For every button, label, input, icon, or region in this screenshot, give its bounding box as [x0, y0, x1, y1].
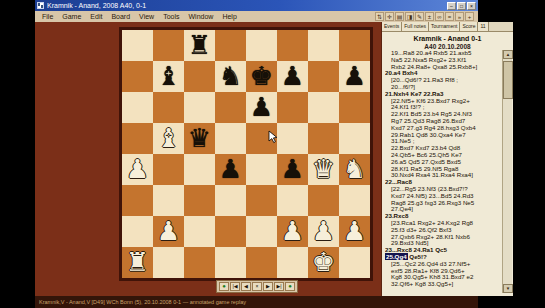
square-g7[interactable] [308, 61, 339, 92]
square-b4[interactable] [153, 154, 184, 185]
square-c1[interactable] [184, 247, 215, 278]
menu-item-game[interactable]: Game [58, 11, 85, 22]
square-h4[interactable]: ♞ [339, 154, 370, 185]
step-back-button[interactable]: ◀ [241, 282, 251, 291]
square-e7[interactable]: ♚ [246, 61, 277, 92]
piece-black-pawn[interactable]: ♟ [215, 154, 246, 185]
square-a5[interactable] [122, 123, 153, 154]
square-h1[interactable] [339, 247, 370, 278]
square-g2[interactable]: ♟ [308, 216, 339, 247]
menu-item-view[interactable]: View [135, 11, 158, 22]
square-c7[interactable] [184, 61, 215, 92]
step-forward-button[interactable]: ▶ [263, 282, 273, 291]
piece-white-pawn[interactable]: ♟ [277, 216, 308, 247]
toolbar-icon[interactable]: ∞ [435, 12, 444, 21]
tab-tournament[interactable]: Tournament [429, 22, 460, 31]
piece-black-pawn[interactable]: ♟ [246, 92, 277, 123]
chess-board-frame: ♜♝♞♚♟♟♟♝♛♟♟♟♛♞♟♟♟♟♜♚ [119, 27, 373, 281]
close-button[interactable]: × [467, 2, 476, 10]
square-a7[interactable] [122, 61, 153, 92]
status-bar: Kramnik,V - Anand,V [D49] WCh Bonn (5), … [35, 296, 478, 308]
annotation-toolbar: ⇅✛▤◨✎±∞=»+ [375, 12, 478, 21]
move-text[interactable]: 32.Qf6+ Kg8 33.Qg5+] [391, 280, 453, 287]
menu-item-tools[interactable]: Tools [159, 11, 183, 22]
mouse-cursor [268, 130, 278, 144]
square-h2[interactable]: ♟ [339, 216, 370, 247]
title-bar: Kramnik - Anand, 2008 A40, 0-1 –□× [35, 0, 478, 11]
square-f1[interactable] [277, 247, 308, 278]
square-c4[interactable] [184, 154, 215, 185]
game-header-info: A40 20.10.2008 [382, 43, 513, 50]
square-f6[interactable] [277, 92, 308, 123]
square-a8[interactable] [122, 30, 153, 61]
scroll-thumb[interactable] [503, 61, 513, 99]
tab-11[interactable]: 11 [478, 22, 488, 31]
square-f3[interactable] [277, 185, 308, 216]
game-header-players: Kramnik - Anand 0-1 [382, 35, 513, 42]
toolbar-icon[interactable]: + [465, 12, 474, 21]
square-h5[interactable] [339, 123, 370, 154]
square-b3[interactable] [153, 185, 184, 216]
toolbar-icon[interactable]: ✛ [385, 12, 394, 21]
menu-item-help[interactable]: Help [218, 11, 240, 22]
square-e2[interactable] [246, 216, 277, 247]
tab-events[interactable]: Events [382, 22, 402, 31]
square-c5[interactable]: ♛ [184, 123, 215, 154]
piece-white-pawn[interactable]: ♟ [122, 154, 153, 185]
piece-black-pawn[interactable]: ♟ [277, 61, 308, 92]
piece-white-king[interactable]: ♚ [308, 247, 339, 278]
square-h8[interactable] [339, 30, 370, 61]
toolbar-icon[interactable]: ▤ [395, 12, 404, 21]
square-d6[interactable] [215, 92, 246, 123]
square-e4[interactable] [246, 154, 277, 185]
video-frame: Kramnik - Anand, 2008 A40, 0-1 –□× FileG… [0, 0, 545, 308]
menu-items: FileGameEditBoardViewToolsWindowHelp [35, 11, 241, 22]
piece-black-pawn[interactable]: ♟ [277, 154, 308, 185]
square-b1[interactable] [153, 247, 184, 278]
square-b2[interactable]: ♟ [153, 216, 184, 247]
square-a3[interactable] [122, 185, 153, 216]
square-e8[interactable] [246, 30, 277, 61]
notation-scrollbar[interactable]: ▲ ▼ [502, 50, 512, 293]
square-b7[interactable]: ♝ [153, 61, 184, 92]
square-f2[interactable]: ♟ [277, 216, 308, 247]
square-f7[interactable]: ♟ [277, 61, 308, 92]
panel-tabs: EventsFull notesTournamentScore11 [382, 22, 513, 32]
notation-panel: EventsFull notesTournamentScore11 Kramni… [381, 22, 513, 296]
engine-left-button[interactable]: ● [219, 282, 229, 291]
stop-button[interactable]: × [252, 282, 262, 291]
menu-item-window[interactable]: Window [184, 11, 217, 22]
replay-toolbar: ●|◀◀×▶▶|● [216, 280, 298, 293]
menu-bar: FileGameEditBoardViewToolsWindowHelp ⇅✛▤… [35, 11, 478, 22]
minimize-button[interactable]: – [447, 2, 456, 10]
piece-black-pawn[interactable]: ♟ [339, 61, 370, 92]
square-g8[interactable] [308, 30, 339, 61]
menu-item-board[interactable]: Board [107, 11, 134, 22]
app-icon [37, 2, 44, 9]
square-g5[interactable] [308, 123, 339, 154]
piece-white-pawn[interactable]: ♟ [153, 216, 184, 247]
toolbar-icon[interactable]: = [445, 12, 454, 21]
square-d5[interactable] [215, 123, 246, 154]
menu-item-file[interactable]: File [38, 11, 57, 22]
square-a2[interactable] [122, 216, 153, 247]
scroll-down-arrow[interactable]: ▼ [503, 284, 513, 293]
square-d8[interactable] [215, 30, 246, 61]
toolbar-icon[interactable]: ⇅ [375, 12, 384, 21]
square-h3[interactable] [339, 185, 370, 216]
piece-black-queen[interactable]: ♛ [184, 123, 215, 154]
square-a4[interactable]: ♟ [122, 154, 153, 185]
piece-black-king[interactable]: ♚ [246, 61, 277, 92]
square-e1[interactable] [246, 247, 277, 278]
window-title: Kramnik - Anand, 2008 A40, 0-1 [47, 0, 447, 11]
toolbar-icon[interactable]: ✎ [415, 12, 424, 21]
piece-white-knight[interactable]: ♞ [339, 154, 370, 185]
square-h6[interactable] [339, 92, 370, 123]
piece-white-pawn[interactable]: ♟ [339, 216, 370, 247]
square-d2[interactable] [215, 216, 246, 247]
square-c3[interactable] [184, 185, 215, 216]
goto-end-button[interactable]: ▶| [274, 282, 284, 291]
square-f4[interactable]: ♟ [277, 154, 308, 185]
square-e6[interactable]: ♟ [246, 92, 277, 123]
square-c8[interactable]: ♜ [184, 30, 215, 61]
toolbar-icon[interactable]: » [455, 12, 464, 21]
square-f5[interactable] [277, 123, 308, 154]
square-g1[interactable]: ♚ [308, 247, 339, 278]
square-d7[interactable]: ♞ [215, 61, 246, 92]
tab-score[interactable]: Score [460, 22, 478, 31]
square-g3[interactable] [308, 185, 339, 216]
square-a6[interactable] [122, 92, 153, 123]
toolbar-icon[interactable]: ◨ [405, 12, 414, 21]
piece-black-bishop[interactable]: ♝ [153, 61, 184, 92]
square-b6[interactable] [153, 92, 184, 123]
tab-full-notes[interactable]: Full notes [402, 22, 429, 31]
goto-start-button[interactable]: |◀ [230, 282, 240, 291]
piece-black-knight[interactable]: ♞ [215, 61, 246, 92]
square-c2[interactable] [184, 216, 215, 247]
square-d1[interactable] [215, 247, 246, 278]
menu-item-edit[interactable]: Edit [86, 11, 106, 22]
maximize-button[interactable]: □ [457, 2, 466, 10]
piece-white-rook[interactable]: ♜ [122, 247, 153, 278]
piece-black-rook[interactable]: ♜ [184, 30, 215, 61]
square-h7[interactable]: ♟ [339, 61, 370, 92]
toolbar-icon[interactable]: ± [425, 12, 434, 21]
square-f8[interactable] [277, 30, 308, 61]
letterbox-left [0, 0, 35, 308]
notation-line: 32.Qf6+ Kg8 33.Qg5+] [385, 281, 502, 288]
square-g4[interactable]: ♛ [308, 154, 339, 185]
piece-white-pawn[interactable]: ♟ [308, 216, 339, 247]
square-b5[interactable]: ♝ [153, 123, 184, 154]
chess-board[interactable]: ♜♝♞♚♟♟♟♝♛♟♟♟♛♞♟♟♟♟♜♚ [122, 30, 370, 278]
square-d4[interactable]: ♟ [215, 154, 246, 185]
piece-white-queen[interactable]: ♛ [308, 154, 339, 185]
square-e3[interactable] [246, 185, 277, 216]
square-b8[interactable] [153, 30, 184, 61]
notation-body[interactable]: 19...Ra8 20.a4 Rxb5 21.axb5Na5 22.Nxa5 R… [385, 50, 502, 293]
scroll-up-arrow[interactable]: ▲ [503, 50, 513, 59]
piece-white-bishop[interactable]: ♝ [153, 123, 184, 154]
engine-right-button[interactable]: ● [285, 282, 295, 291]
chessbase-window: Kramnik - Anand, 2008 A40, 0-1 –□× FileG… [35, 0, 478, 308]
window-controls: –□× [447, 2, 476, 10]
square-d3[interactable] [215, 185, 246, 216]
square-a1[interactable]: ♜ [122, 247, 153, 278]
square-g6[interactable] [308, 92, 339, 123]
square-c6[interactable] [184, 92, 215, 123]
